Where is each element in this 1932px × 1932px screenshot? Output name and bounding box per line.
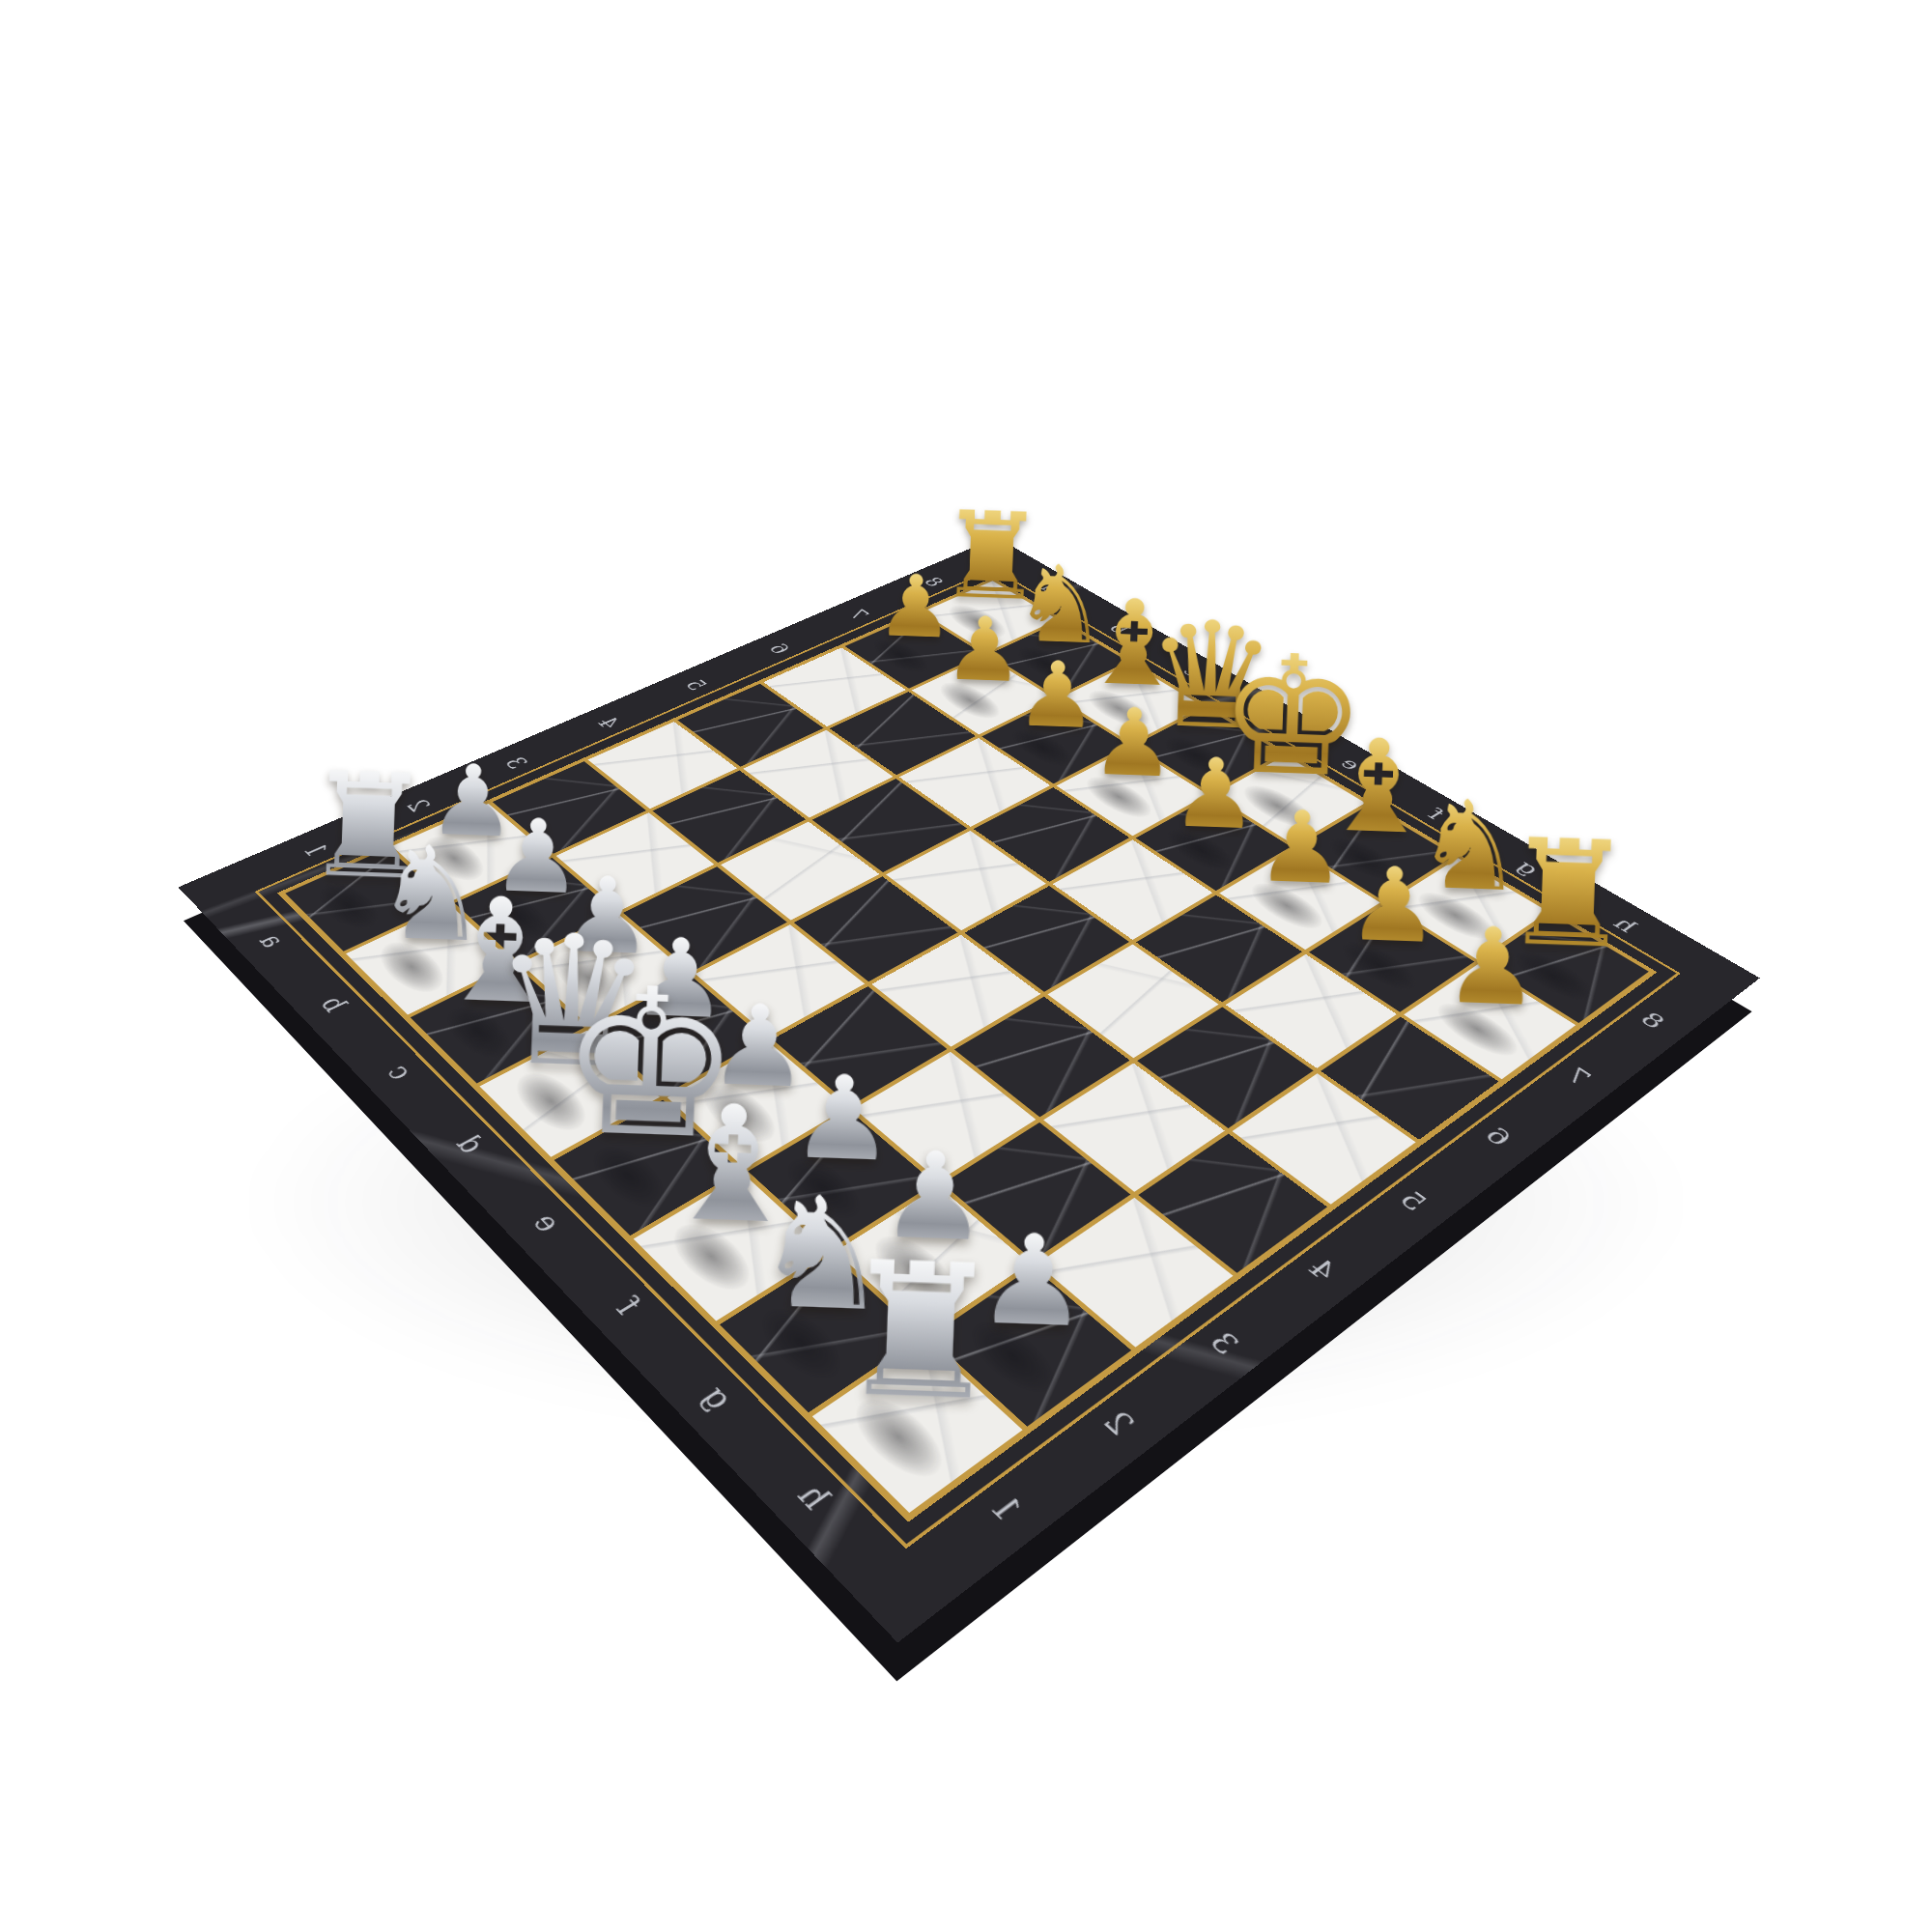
rank-label-right-8: 8 [1622,1000,1685,1041]
photo-background: ♜♞♝♛♚♝♞♜♟♟♟♟♟♟♟♟♟♟♟♟♟♟♟♟♜♞♝♛♚♝♞♜ aa11bb2… [0,0,1932,1932]
square-e5[interactable] [965,886,1130,992]
chess-board: ♜♞♝♛♚♝♞♜♟♟♟♟♟♟♟♟♟♟♟♟♟♟♟♟♜♞♝♛♚♝♞♜ aa11bb2… [178,537,1759,1642]
piece-black-pawn[interactable]: ♟ [1379,911,1604,1024]
piece-white-rook[interactable]: ♜ [781,1234,1059,1428]
